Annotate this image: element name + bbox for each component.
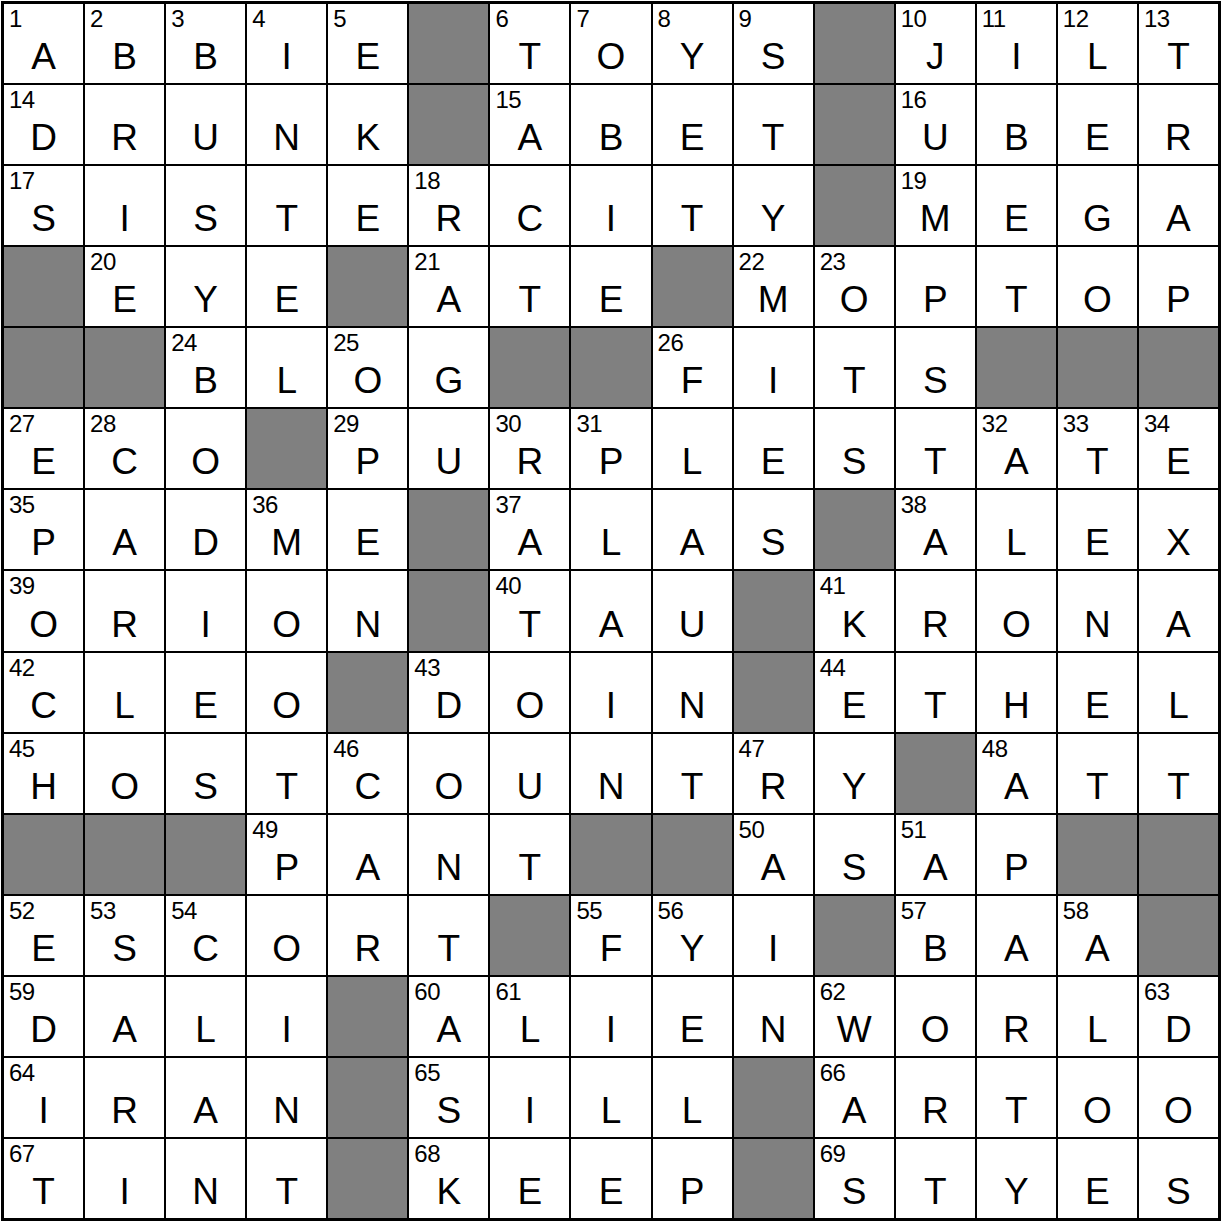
cell-r14c8[interactable]: L (570, 1057, 651, 1138)
cell-r15c13[interactable]: Y (976, 1138, 1057, 1219)
cell-r8c2[interactable]: R (84, 570, 165, 651)
cell-r6c7[interactable]: 30R (489, 408, 570, 489)
cell-r14c9[interactable]: L (652, 1057, 733, 1138)
cell-r1c12[interactable]: 10J (895, 3, 976, 84)
cell-r7c15[interactable]: X (1138, 489, 1219, 570)
cell-letter: A (896, 524, 975, 561)
cell-r1c3[interactable]: 3B (165, 3, 246, 84)
cell-letter: O (815, 281, 894, 318)
cell-r4c2[interactable]: 20E (84, 246, 165, 327)
cell-r15c7[interactable]: E (489, 1138, 570, 1219)
clue-number: 8 (658, 6, 671, 31)
cell-r1c4[interactable]: 4I (246, 3, 327, 84)
cell-r12c9[interactable]: 56Y (652, 895, 733, 976)
block-cell-r5c13 (976, 327, 1057, 408)
cell-r8c3[interactable]: I (165, 570, 246, 651)
cell-r10c15[interactable]: T (1138, 733, 1219, 814)
cell-r14c11[interactable]: 66A (814, 1057, 895, 1138)
cell-r3c2[interactable]: I (84, 165, 165, 246)
cell-letter: T (653, 768, 732, 805)
cell-r6c9[interactable]: L (652, 408, 733, 489)
cell-r10c7[interactable]: U (489, 733, 570, 814)
clue-number: 56 (658, 898, 684, 923)
cell-letter: A (977, 443, 1056, 480)
cell-r3c7[interactable]: C (489, 165, 570, 246)
cell-r3c1[interactable]: 17S (3, 165, 84, 246)
cell-r15c15[interactable]: S (1138, 1138, 1219, 1219)
cell-r4c14[interactable]: O (1057, 246, 1138, 327)
clue-number: 31 (576, 411, 602, 436)
cell-r12c3[interactable]: 54C (165, 895, 246, 976)
cell-letter: O (4, 606, 83, 643)
cell-r13c4[interactable]: I (246, 976, 327, 1057)
cell-r12c6[interactable]: T (408, 895, 489, 976)
cell-letter: O (977, 606, 1056, 643)
cell-letter: P (896, 281, 975, 318)
cell-letter: U (409, 443, 488, 480)
cell-r3c12[interactable]: 19M (895, 165, 976, 246)
cell-r11c7[interactable]: T (489, 814, 570, 895)
cell-r14c4[interactable]: N (246, 1057, 327, 1138)
cell-letter: T (896, 1173, 975, 1210)
cell-letter: Y (815, 768, 894, 805)
cell-r13c11[interactable]: 62W (814, 976, 895, 1057)
cell-r9c13[interactable]: H (976, 652, 1057, 733)
clue-number: 5 (333, 6, 346, 31)
cell-r11c10[interactable]: 50A (733, 814, 814, 895)
cell-letter: E (4, 930, 83, 967)
cell-r9c9[interactable]: N (652, 652, 733, 733)
cell-r14c1[interactable]: 64I (3, 1057, 84, 1138)
cell-letter: O (896, 1011, 975, 1048)
cell-letter: A (166, 1092, 245, 1129)
cell-r1c10[interactable]: 9S (733, 3, 814, 84)
cell-r9c15[interactable]: L (1138, 652, 1219, 733)
cell-r10c4[interactable]: T (246, 733, 327, 814)
block-cell-r5c7 (489, 327, 570, 408)
cell-r1c1[interactable]: 1A (3, 3, 84, 84)
cell-letter: L (1058, 1011, 1137, 1048)
cell-letter: S (166, 768, 245, 805)
cell-r15c11[interactable]: 69S (814, 1138, 895, 1219)
cell-letter: I (734, 362, 813, 399)
cell-r8c11[interactable]: 41K (814, 570, 895, 651)
cell-r9c3[interactable]: E (165, 652, 246, 733)
cell-letter: W (815, 1011, 894, 1048)
cell-r9c8[interactable]: I (570, 652, 651, 733)
cell-letter: A (571, 606, 650, 643)
cell-r1c14[interactable]: 12L (1057, 3, 1138, 84)
clue-number: 13 (1144, 6, 1170, 31)
cell-letter: S (815, 849, 894, 886)
block-cell-r15c10 (733, 1138, 814, 1219)
cell-r4c12[interactable]: P (895, 246, 976, 327)
cell-r6c11[interactable]: S (814, 408, 895, 489)
clue-number: 36 (252, 492, 278, 517)
cell-r4c13[interactable]: T (976, 246, 1057, 327)
cell-r5c10[interactable]: I (733, 327, 814, 408)
cell-letter: E (653, 1011, 732, 1048)
cell-letter: T (490, 849, 569, 886)
block-cell-r11c15 (1138, 814, 1219, 895)
cell-r4c8[interactable]: E (570, 246, 651, 327)
block-cell-r3c11 (814, 165, 895, 246)
cell-r4c7[interactable]: T (489, 246, 570, 327)
cell-r5c11[interactable]: T (814, 327, 895, 408)
cell-r2c7[interactable]: 15A (489, 84, 570, 165)
cell-r4c15[interactable]: P (1138, 246, 1219, 327)
cell-r3c10[interactable]: Y (733, 165, 814, 246)
block-cell-r13c5 (327, 976, 408, 1057)
cell-r15c2[interactable]: I (84, 1138, 165, 1219)
cell-r6c15[interactable]: 34E (1138, 408, 1219, 489)
cell-r8c12[interactable]: R (895, 570, 976, 651)
cell-r7c9[interactable]: A (652, 489, 733, 570)
cell-r10c9[interactable]: T (652, 733, 733, 814)
cell-r6c13[interactable]: 32A (976, 408, 1057, 489)
cell-r8c13[interactable]: O (976, 570, 1057, 651)
cell-r2c4[interactable]: N (246, 84, 327, 165)
cell-letter: E (166, 687, 245, 724)
cell-r15c9[interactable]: P (652, 1138, 733, 1219)
cell-r8c1[interactable]: 39O (3, 570, 84, 651)
cell-r2c13[interactable]: B (976, 84, 1057, 165)
cell-r7c8[interactable]: L (570, 489, 651, 570)
cell-r14c7[interactable]: I (489, 1057, 570, 1138)
cell-r2c1[interactable]: 14D (3, 84, 84, 165)
clue-number: 15 (495, 87, 521, 112)
cell-r12c4[interactable]: O (246, 895, 327, 976)
cell-r14c14[interactable]: O (1057, 1057, 1138, 1138)
cell-letter: S (1139, 1173, 1218, 1210)
cell-r4c4[interactable]: E (246, 246, 327, 327)
cell-r13c14[interactable]: L (1057, 976, 1138, 1057)
cell-r1c15[interactable]: 13T (1138, 3, 1219, 84)
cell-r7c10[interactable]: S (733, 489, 814, 570)
clue-number: 40 (495, 573, 521, 598)
cell-letter: P (977, 849, 1056, 886)
cell-r12c2[interactable]: 53S (84, 895, 165, 976)
cell-letter: O (166, 443, 245, 480)
clue-number: 67 (9, 1141, 35, 1166)
cell-r8c5[interactable]: N (327, 570, 408, 651)
block-cell-r1c11 (814, 3, 895, 84)
cell-letter: R (85, 1092, 164, 1129)
cell-letter: I (490, 1092, 569, 1129)
cell-r10c8[interactable]: N (570, 733, 651, 814)
cell-r4c10[interactable]: 22M (733, 246, 814, 327)
cell-r2c12[interactable]: 16U (895, 84, 976, 165)
cell-r13c6[interactable]: 60A (408, 976, 489, 1057)
cell-letter: A (409, 1011, 488, 1048)
cell-r11c5[interactable]: A (327, 814, 408, 895)
cell-r10c14[interactable]: T (1057, 733, 1138, 814)
cell-r10c13[interactable]: 48A (976, 733, 1057, 814)
cell-r7c4[interactable]: 36M (246, 489, 327, 570)
cell-r3c3[interactable]: S (165, 165, 246, 246)
cell-r5c4[interactable]: L (246, 327, 327, 408)
cell-letter: A (815, 1092, 894, 1129)
cell-r12c14[interactable]: 58A (1057, 895, 1138, 976)
cell-r10c2[interactable]: O (84, 733, 165, 814)
block-cell-r1c6 (408, 3, 489, 84)
cell-letter: M (734, 281, 813, 318)
cell-letter: E (977, 200, 1056, 237)
cell-r11c11[interactable]: S (814, 814, 895, 895)
cell-r3c15[interactable]: A (1138, 165, 1219, 246)
cell-r8c15[interactable]: A (1138, 570, 1219, 651)
cell-r13c7[interactable]: 61L (489, 976, 570, 1057)
cell-r14c13[interactable]: T (976, 1057, 1057, 1138)
cell-letter: T (815, 362, 894, 399)
cell-letter: L (1058, 38, 1137, 75)
cell-r12c13[interactable]: A (976, 895, 1057, 976)
cell-r9c7[interactable]: O (489, 652, 570, 733)
cell-letter: A (490, 524, 569, 561)
cell-r15c1[interactable]: 67T (3, 1138, 84, 1219)
cell-r14c3[interactable]: A (165, 1057, 246, 1138)
cell-r13c1[interactable]: 59D (3, 976, 84, 1057)
cell-r8c8[interactable]: A (570, 570, 651, 651)
cell-letter: L (653, 1092, 732, 1129)
cell-r2c10[interactable]: T (733, 84, 814, 165)
cell-r13c2[interactable]: A (84, 976, 165, 1057)
cell-letter: O (247, 687, 326, 724)
cell-r1c13[interactable]: 11I (976, 3, 1057, 84)
cell-r15c6[interactable]: 68K (408, 1138, 489, 1219)
clue-number: 44 (820, 655, 846, 680)
cell-r15c4[interactable]: T (246, 1138, 327, 1219)
cell-r9c2[interactable]: L (84, 652, 165, 733)
cell-letter: L (166, 1011, 245, 1048)
cell-r10c5[interactable]: 46C (327, 733, 408, 814)
cell-r6c14[interactable]: 33T (1057, 408, 1138, 489)
cell-letter: T (977, 1092, 1056, 1129)
cell-r1c5[interactable]: 5E (327, 3, 408, 84)
cell-letter: S (815, 443, 894, 480)
cell-letter: E (1058, 524, 1137, 561)
cell-r8c7[interactable]: 40T (489, 570, 570, 651)
cell-r1c9[interactable]: 8Y (652, 3, 733, 84)
cell-r13c13[interactable]: R (976, 976, 1057, 1057)
cell-r7c12[interactable]: 38A (895, 489, 976, 570)
cell-r4c6[interactable]: 21A (408, 246, 489, 327)
cell-r13c15[interactable]: 63D (1138, 976, 1219, 1057)
cell-r2c9[interactable]: E (652, 84, 733, 165)
cell-r7c7[interactable]: 37A (489, 489, 570, 570)
cell-r12c8[interactable]: 55F (570, 895, 651, 976)
cell-r10c1[interactable]: 45H (3, 733, 84, 814)
cell-r15c12[interactable]: T (895, 1138, 976, 1219)
block-cell-r11c9 (652, 814, 733, 895)
block-cell-r2c11 (814, 84, 895, 165)
cell-r6c1[interactable]: 27E (3, 408, 84, 489)
cell-letter: A (4, 38, 83, 75)
cell-r10c3[interactable]: S (165, 733, 246, 814)
cell-letter: T (1139, 38, 1218, 75)
cell-r13c10[interactable]: N (733, 976, 814, 1057)
cell-r10c11[interactable]: Y (814, 733, 895, 814)
cell-r2c3[interactable]: U (165, 84, 246, 165)
cell-letter: A (734, 849, 813, 886)
clue-number: 39 (9, 573, 35, 598)
cell-r1c8[interactable]: 7O (570, 3, 651, 84)
cell-r9c6[interactable]: 43D (408, 652, 489, 733)
cell-letter: X (1139, 524, 1218, 561)
cell-r3c6[interactable]: 18R (408, 165, 489, 246)
cell-letter: T (490, 606, 569, 643)
cell-r4c11[interactable]: 23O (814, 246, 895, 327)
clue-number: 48 (982, 736, 1008, 761)
cell-letter: B (166, 38, 245, 75)
cell-letter: E (490, 1173, 569, 1210)
cell-r7c5[interactable]: E (327, 489, 408, 570)
cell-r11c6[interactable]: N (408, 814, 489, 895)
cell-letter: T (1058, 443, 1137, 480)
cell-r15c3[interactable]: N (165, 1138, 246, 1219)
cell-r9c12[interactable]: T (895, 652, 976, 733)
clue-number: 38 (901, 492, 927, 517)
cell-r6c3[interactable]: O (165, 408, 246, 489)
clue-number: 69 (820, 1141, 846, 1166)
clue-number: 4 (252, 6, 265, 31)
cell-r3c5[interactable]: E (327, 165, 408, 246)
cell-letter: N (328, 606, 407, 643)
cell-r7c3[interactable]: D (165, 489, 246, 570)
block-cell-r9c5 (327, 652, 408, 733)
cell-r9c4[interactable]: O (246, 652, 327, 733)
cell-r2c8[interactable]: B (570, 84, 651, 165)
cell-r7c13[interactable]: L (976, 489, 1057, 570)
cell-letter: I (166, 606, 245, 643)
cell-r12c10[interactable]: I (733, 895, 814, 976)
cell-r3c9[interactable]: T (652, 165, 733, 246)
clue-number: 45 (9, 736, 35, 761)
cell-r2c14[interactable]: E (1057, 84, 1138, 165)
clue-number: 55 (576, 898, 602, 923)
cell-r13c12[interactable]: O (895, 976, 976, 1057)
cell-letter: T (896, 687, 975, 724)
block-cell-r6c4 (246, 408, 327, 489)
cell-letter: D (166, 524, 245, 561)
cell-letter: E (247, 281, 326, 318)
cell-r10c6[interactable]: O (408, 733, 489, 814)
clue-number: 59 (9, 979, 35, 1004)
cell-r11c12[interactable]: 51A (895, 814, 976, 895)
cell-letter: N (166, 1173, 245, 1210)
cell-letter: T (896, 443, 975, 480)
cell-r1c2[interactable]: 2B (84, 3, 165, 84)
cell-r9c11[interactable]: 44E (814, 652, 895, 733)
cell-letter: F (653, 362, 732, 399)
cell-r1c7[interactable]: 6T (489, 3, 570, 84)
cell-r3c8[interactable]: I (570, 165, 651, 246)
cell-r8c14[interactable]: N (1057, 570, 1138, 651)
cell-r15c8[interactable]: E (570, 1138, 651, 1219)
cell-letter: E (328, 524, 407, 561)
cell-letter: P (247, 849, 326, 886)
block-cell-r7c6 (408, 489, 489, 570)
cell-letter: O (85, 768, 164, 805)
cell-letter: S (734, 38, 813, 75)
clue-number: 23 (820, 249, 846, 274)
cell-r7c1[interactable]: 35P (3, 489, 84, 570)
cell-r7c2[interactable]: A (84, 489, 165, 570)
cell-r10c10[interactable]: 47R (733, 733, 814, 814)
cell-letter: U (896, 119, 975, 156)
cell-letter: N (571, 768, 650, 805)
cell-r5c6[interactable]: G (408, 327, 489, 408)
cell-r6c10[interactable]: E (733, 408, 814, 489)
cell-r9c1[interactable]: 42C (3, 652, 84, 733)
cell-r12c1[interactable]: 52E (3, 895, 84, 976)
cell-r12c5[interactable]: R (327, 895, 408, 976)
cell-r4c3[interactable]: Y (165, 246, 246, 327)
cell-r6c12[interactable]: T (895, 408, 976, 489)
cell-r9c14[interactable]: E (1057, 652, 1138, 733)
cell-letter: I (734, 930, 813, 967)
cell-letter: R (896, 606, 975, 643)
cell-r6c8[interactable]: 31P (570, 408, 651, 489)
clue-number: 34 (1144, 411, 1170, 436)
clue-number: 18 (414, 168, 440, 193)
cell-r8c4[interactable]: O (246, 570, 327, 651)
cell-letter: T (490, 281, 569, 318)
cell-r5c3[interactable]: 24B (165, 327, 246, 408)
cell-r11c13[interactable]: P (976, 814, 1057, 895)
cell-r12c12[interactable]: 57B (895, 895, 976, 976)
cell-r11c4[interactable]: 49P (246, 814, 327, 895)
cell-letter: R (896, 1092, 975, 1129)
cell-r13c8[interactable]: I (570, 976, 651, 1057)
cell-r8c9[interactable]: U (652, 570, 733, 651)
cell-r14c15[interactable]: O (1138, 1057, 1219, 1138)
cell-letter: E (815, 687, 894, 724)
clue-number: 47 (739, 736, 765, 761)
cell-r14c2[interactable]: R (84, 1057, 165, 1138)
cell-r6c5[interactable]: 29P (327, 408, 408, 489)
cell-r14c12[interactable]: R (895, 1057, 976, 1138)
cell-r2c2[interactable]: R (84, 84, 165, 165)
cell-r14c6[interactable]: 65S (408, 1057, 489, 1138)
cell-r6c2[interactable]: 28C (84, 408, 165, 489)
block-cell-r11c8 (570, 814, 651, 895)
cell-r3c14[interactable]: G (1057, 165, 1138, 246)
cell-r5c12[interactable]: S (895, 327, 976, 408)
cell-r2c15[interactable]: R (1138, 84, 1219, 165)
cell-letter: T (490, 38, 569, 75)
cell-r13c3[interactable]: L (165, 976, 246, 1057)
cell-letter: L (247, 362, 326, 399)
cell-letter: S (85, 930, 164, 967)
cell-r13c9[interactable]: E (652, 976, 733, 1057)
cell-r5c5[interactable]: 25O (327, 327, 408, 408)
cell-letter: D (1139, 1011, 1218, 1048)
block-cell-r7c11 (814, 489, 895, 570)
cell-letter: Y (734, 200, 813, 237)
cell-r6c6[interactable]: U (408, 408, 489, 489)
cell-r3c13[interactable]: E (976, 165, 1057, 246)
cell-r3c4[interactable]: T (246, 165, 327, 246)
block-cell-r8c10 (733, 570, 814, 651)
cell-letter: S (815, 1173, 894, 1210)
cell-r2c5[interactable]: K (327, 84, 408, 165)
block-cell-r11c3 (165, 814, 246, 895)
cell-r5c9[interactable]: 26F (652, 327, 733, 408)
cell-r15c14[interactable]: E (1057, 1138, 1138, 1219)
cell-r7c14[interactable]: E (1057, 489, 1138, 570)
cell-letter: I (571, 200, 650, 237)
